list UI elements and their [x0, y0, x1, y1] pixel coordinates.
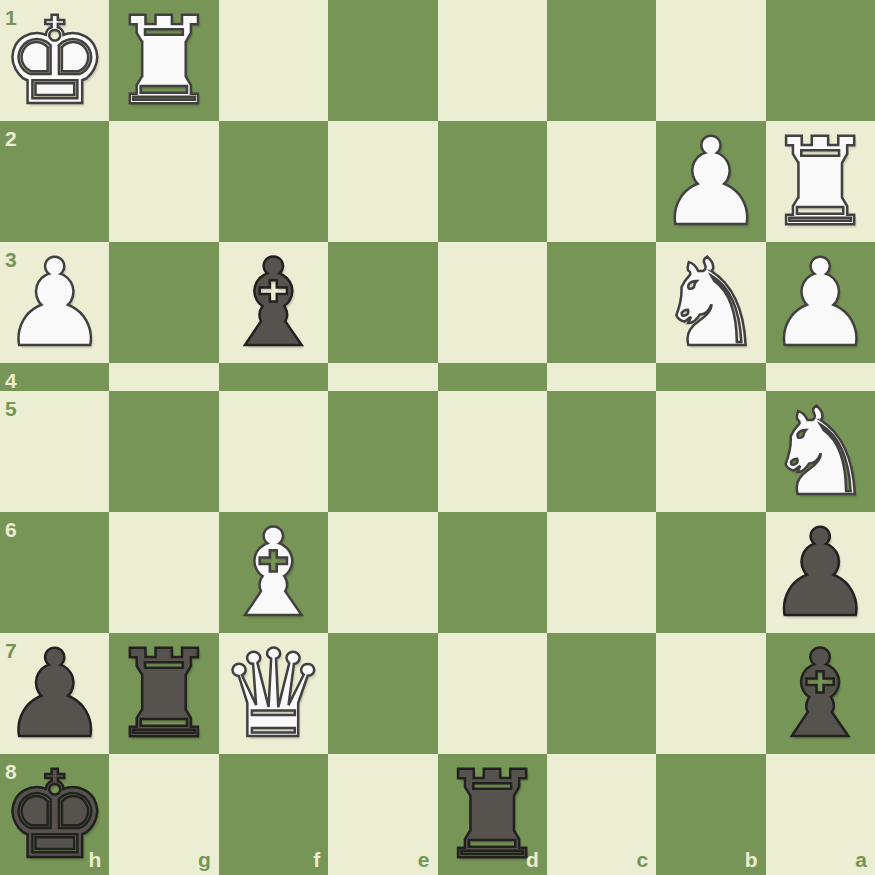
square-f3[interactable]: ♝	[219, 242, 328, 363]
black-rook[interactable]: ♜	[110, 634, 218, 755]
square-g8[interactable]: g	[109, 754, 218, 875]
square-b2[interactable]: ♟	[656, 121, 765, 242]
square-f2[interactable]	[219, 121, 328, 242]
square-b7[interactable]	[656, 633, 765, 754]
black-pawn[interactable]: ♟	[766, 513, 874, 634]
square-d8[interactable]: ♜d	[438, 754, 547, 875]
rank-label-1: 1	[5, 7, 17, 28]
square-c6[interactable]	[547, 512, 656, 633]
rank-label-8: 8	[5, 761, 17, 782]
white-pawn[interactable]: ♟	[0, 243, 108, 364]
rank-label-6: 6	[5, 519, 17, 540]
square-g6[interactable]	[109, 512, 218, 633]
square-e7[interactable]	[328, 633, 437, 754]
square-a6[interactable]: ♟	[766, 512, 875, 633]
square-c7[interactable]	[547, 633, 656, 754]
square-e2[interactable]	[328, 121, 437, 242]
black-bishop[interactable]: ♝	[766, 634, 874, 755]
square-a1[interactable]	[766, 0, 875, 121]
white-pawn[interactable]: ♟	[657, 122, 765, 243]
square-h2[interactable]: 2	[0, 121, 109, 242]
square-e6[interactable]	[328, 512, 437, 633]
square-a2[interactable]: ♜	[766, 121, 875, 242]
square-d3[interactable]	[438, 242, 547, 363]
square-e1[interactable]	[328, 0, 437, 121]
square-g5[interactable]	[109, 391, 218, 512]
white-pawn[interactable]: ♟	[766, 243, 874, 364]
square-f7[interactable]: ♛	[219, 633, 328, 754]
rank-label-2: 2	[5, 128, 17, 149]
square-c2[interactable]	[547, 121, 656, 242]
square-a8[interactable]: a	[766, 754, 875, 875]
square-d2[interactable]	[438, 121, 547, 242]
square-g3[interactable]	[109, 242, 218, 363]
white-rook[interactable]: ♜	[766, 122, 874, 243]
black-pawn[interactable]: ♟	[0, 634, 108, 755]
square-e4[interactable]	[328, 363, 437, 391]
square-f5[interactable]	[219, 391, 328, 512]
square-h3[interactable]: ♟3	[0, 242, 109, 363]
rank-label-5: 5	[5, 398, 17, 419]
white-bishop[interactable]: ♝	[219, 513, 327, 634]
square-b6[interactable]	[656, 512, 765, 633]
square-d5[interactable]	[438, 391, 547, 512]
file-label-g: g	[198, 849, 211, 870]
square-b5[interactable]	[656, 391, 765, 512]
rank-label-3: 3	[5, 249, 17, 270]
square-b4[interactable]	[656, 363, 765, 391]
square-c5[interactable]	[547, 391, 656, 512]
white-knight[interactable]: ♞	[766, 392, 874, 513]
square-g4[interactable]	[109, 363, 218, 391]
file-label-b: b	[745, 849, 758, 870]
square-h8[interactable]: ♚8h	[0, 754, 109, 875]
square-b1[interactable]	[656, 0, 765, 121]
square-f6[interactable]: ♝	[219, 512, 328, 633]
rank-label-4: 4	[5, 370, 17, 391]
file-label-c: c	[637, 849, 649, 870]
square-h5[interactable]: 5	[0, 391, 109, 512]
square-e3[interactable]	[328, 242, 437, 363]
square-c3[interactable]	[547, 242, 656, 363]
square-d7[interactable]	[438, 633, 547, 754]
square-c1[interactable]	[547, 0, 656, 121]
square-d6[interactable]	[438, 512, 547, 633]
square-a7[interactable]: ♝	[766, 633, 875, 754]
square-h1[interactable]: ♚1	[0, 0, 109, 121]
file-label-e: e	[418, 849, 430, 870]
white-rook[interactable]: ♜	[110, 1, 218, 122]
square-b3[interactable]: ♞	[656, 242, 765, 363]
square-h7[interactable]: ♟7	[0, 633, 109, 754]
black-bishop[interactable]: ♝	[219, 243, 327, 364]
square-g1[interactable]: ♜	[109, 0, 218, 121]
square-b8[interactable]: b	[656, 754, 765, 875]
file-label-h: h	[89, 849, 102, 870]
square-c4[interactable]	[547, 363, 656, 391]
file-label-d: d	[526, 849, 539, 870]
chess-board: ♚1♜2♟♜♟3♝♞♟45♞6♝♟♟7♜♛♝♚8hgfe♜dcba	[0, 0, 875, 875]
square-g2[interactable]	[109, 121, 218, 242]
square-g7[interactable]: ♜	[109, 633, 218, 754]
square-f1[interactable]	[219, 0, 328, 121]
square-h6[interactable]: 6	[0, 512, 109, 633]
file-label-a: a	[855, 849, 867, 870]
rank-label-7: 7	[5, 640, 17, 661]
white-knight[interactable]: ♞	[657, 243, 765, 364]
square-d4[interactable]	[438, 363, 547, 391]
square-d1[interactable]	[438, 0, 547, 121]
square-a5[interactable]: ♞	[766, 391, 875, 512]
file-label-f: f	[313, 849, 320, 870]
square-e8[interactable]: e	[328, 754, 437, 875]
square-e5[interactable]	[328, 391, 437, 512]
square-a3[interactable]: ♟	[766, 242, 875, 363]
square-h4[interactable]: 4	[0, 363, 109, 391]
square-c8[interactable]: c	[547, 754, 656, 875]
white-queen[interactable]: ♛	[219, 634, 327, 755]
square-f8[interactable]: f	[219, 754, 328, 875]
square-f4[interactable]	[219, 363, 328, 391]
